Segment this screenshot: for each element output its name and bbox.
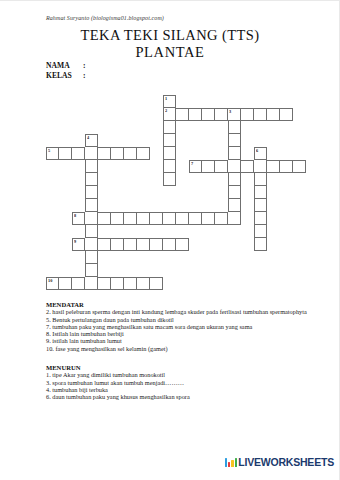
clue-number: 2 <box>165 108 167 112</box>
clue-number: 4 <box>87 135 89 139</box>
clue-number: 9 <box>74 239 76 243</box>
crossword-cell[interactable] <box>85 186 98 199</box>
crossword-cell[interactable] <box>163 173 176 186</box>
crossword-cell[interactable] <box>98 238 111 251</box>
clue-number: 7 <box>191 161 193 165</box>
clue-down-4: 4. tumbuhan biji terbuka <box>46 386 334 393</box>
crossword-cell[interactable] <box>254 212 267 225</box>
crossword-cell[interactable] <box>163 147 176 160</box>
nama-input-area[interactable] <box>86 60 166 68</box>
worksheet-page: Rahmat Suryanto (biologisma01.blogspot.c… <box>0 0 340 480</box>
clue-number: 1 <box>165 96 167 100</box>
crossword-cell[interactable] <box>111 147 124 160</box>
attribution-line: Rahmat Suryanto (biologisma01.blogspot.c… <box>46 15 164 21</box>
crossword-cell[interactable] <box>228 173 241 186</box>
crossword-cell[interactable] <box>150 277 163 290</box>
clues-section: MENDATAR 2. hasil peleburan sperma denga… <box>46 301 334 401</box>
crossword-cell[interactable]: 7 <box>189 160 202 173</box>
crossword-cell[interactable] <box>202 212 215 225</box>
crossword-cell[interactable] <box>124 147 137 160</box>
crossword-cell[interactable]: 8 <box>72 212 85 225</box>
crossword-cell[interactable] <box>280 160 293 173</box>
crossword-cell[interactable]: 1 <box>163 95 176 108</box>
crossword-cell[interactable] <box>85 251 98 264</box>
crossword-cell[interactable] <box>267 160 280 173</box>
crossword-cell[interactable] <box>163 238 176 251</box>
crossword-cell[interactable] <box>254 186 267 199</box>
crossword-cell[interactable] <box>85 277 98 290</box>
crossword-cell[interactable] <box>163 121 176 134</box>
logo-bar <box>228 462 230 467</box>
down-heading: MENURUN <box>46 364 334 371</box>
logo-bar <box>225 458 227 467</box>
crossword-cell[interactable] <box>124 238 137 251</box>
clue-down-1: 1. tipe Akar yang dimiliki tumbuhan mono… <box>46 371 334 378</box>
crossword-grid: 12345678910 <box>46 95 306 290</box>
crossword-cell[interactable] <box>137 147 150 160</box>
crossword-cell[interactable] <box>137 238 150 251</box>
page-title: TEKA TEKI SILANG (TTS) <box>0 27 340 44</box>
clue-across-9: 9. istilah lain tumbuhan lumut <box>46 337 334 344</box>
crossword-cell[interactable] <box>85 173 98 186</box>
crossword-cell[interactable] <box>228 212 241 225</box>
logo-bar <box>235 458 237 467</box>
across-heading: MENDATAR <box>46 301 334 308</box>
crossword-cell[interactable]: 6 <box>254 147 267 160</box>
crossword-cell[interactable] <box>228 186 241 199</box>
crossword-cell[interactable] <box>111 277 124 290</box>
clue-down-3: 3. spora tumbuhan lumut akan tumbuh menj… <box>46 379 334 386</box>
clue-down-6: 6. daun tumbuhan paku yang khusus mengha… <box>46 393 334 400</box>
crossword-cell[interactable]: 5 <box>46 147 59 160</box>
crossword-cell[interactable] <box>267 108 280 121</box>
crossword-cell[interactable] <box>228 160 241 173</box>
crossword-cell[interactable] <box>228 121 241 134</box>
crossword-cell[interactable] <box>111 212 124 225</box>
crossword-cell[interactable]: 4 <box>85 134 98 147</box>
kelas-label: KELAS <box>46 71 83 80</box>
crossword-cell[interactable]: 10 <box>46 277 59 290</box>
crossword-cell[interactable] <box>228 199 241 212</box>
crossword-cell[interactable] <box>202 108 215 121</box>
crossword-cell[interactable] <box>254 173 267 186</box>
crossword-cell[interactable] <box>254 160 267 173</box>
crossword-cell[interactable]: 2 <box>163 108 176 121</box>
crossword-cell[interactable] <box>137 212 150 225</box>
page-subtitle: PLANTAE <box>0 44 340 61</box>
down-clues: 1. tipe Akar yang dimiliki tumbuhan mono… <box>46 371 334 400</box>
crossword-cell[interactable] <box>228 134 241 147</box>
clue-number: 6 <box>256 148 258 152</box>
logo-bar <box>231 460 233 467</box>
crossword-cell[interactable] <box>111 238 124 251</box>
crossword-cell[interactable] <box>254 199 267 212</box>
crossword-cell[interactable] <box>85 160 98 173</box>
crossword-cell[interactable] <box>98 277 111 290</box>
crossword-cell[interactable] <box>72 277 85 290</box>
crossword-cell[interactable] <box>163 160 176 173</box>
crossword-cell[interactable] <box>124 212 137 225</box>
crossword-cell[interactable] <box>72 147 85 160</box>
clue-across-8: 8. Istilah lain tumbuhan berbiji <box>46 330 334 337</box>
crossword-cell[interactable] <box>254 238 267 251</box>
clue-number: 5 <box>48 148 50 152</box>
across-clues: 2. hasil peleburan sperma dengan inti ka… <box>46 308 334 352</box>
nama-field: NAMA : <box>46 60 166 70</box>
crossword-cell[interactable] <box>280 108 293 121</box>
crossword-cell[interactable] <box>215 108 228 121</box>
crossword-cell[interactable] <box>176 238 189 251</box>
crossword-cell[interactable] <box>85 238 98 251</box>
clue-across-5: 5. Bentuk pertulangan daun pada tumbuhan… <box>46 316 334 323</box>
crossword-cell[interactable] <box>85 199 98 212</box>
clue-number: 10 <box>48 278 52 282</box>
crossword-cell[interactable] <box>176 212 189 225</box>
liveworksheets-bars-icon <box>225 457 237 467</box>
crossword-cell[interactable]: 9 <box>72 238 85 251</box>
crossword-cell[interactable] <box>85 147 98 160</box>
crossword-cell[interactable] <box>176 108 189 121</box>
crossword-cell[interactable] <box>254 108 267 121</box>
clue-across-10: 10. fase yang menghasilkan sel kelamin (… <box>46 345 334 352</box>
liveworksheets-logo[interactable]: LIVEWORKSHEETS <box>225 456 334 468</box>
nama-label: NAMA <box>46 61 83 70</box>
crossword-cell[interactable] <box>189 212 202 225</box>
crossword-cell[interactable] <box>150 212 163 225</box>
crossword-cell[interactable] <box>150 238 163 251</box>
clue-across-2: 2. hasil peleburan sperma dengan inti ka… <box>46 308 334 315</box>
crossword-cell[interactable] <box>59 277 72 290</box>
crossword-cell[interactable] <box>241 160 254 173</box>
crossword-cell[interactable] <box>59 147 72 160</box>
crossword-cell[interactable] <box>163 134 176 147</box>
clue-across-7: 7. tumbuhan paku yang menghasilkan satu … <box>46 323 334 330</box>
crossword-cell[interactable] <box>85 212 98 225</box>
crossword-cell[interactable] <box>137 277 150 290</box>
crossword-cell[interactable] <box>85 225 98 238</box>
kelas-input-area[interactable] <box>86 70 166 78</box>
crossword-cell[interactable]: 3 <box>228 108 241 121</box>
crossword-cell[interactable] <box>98 212 111 225</box>
crossword-cell[interactable] <box>98 147 111 160</box>
clue-number: 8 <box>74 213 76 217</box>
crossword-cell[interactable] <box>124 277 137 290</box>
crossword-cell[interactable] <box>189 108 202 121</box>
kelas-field: KELAS : <box>46 70 166 80</box>
crossword-cell[interactable] <box>202 160 215 173</box>
crossword-cell[interactable] <box>85 264 98 277</box>
liveworksheets-brand-text: LIVEWORKSHEETS <box>238 456 334 468</box>
crossword-cell[interactable] <box>241 108 254 121</box>
crossword-cell[interactable] <box>163 212 176 225</box>
crossword-cell[interactable] <box>254 225 267 238</box>
crossword-cell[interactable] <box>293 160 306 173</box>
crossword-cell[interactable] <box>215 212 228 225</box>
clue-number: 3 <box>229 109 231 113</box>
crossword-cell[interactable] <box>228 147 241 160</box>
crossword-cell[interactable] <box>215 160 228 173</box>
